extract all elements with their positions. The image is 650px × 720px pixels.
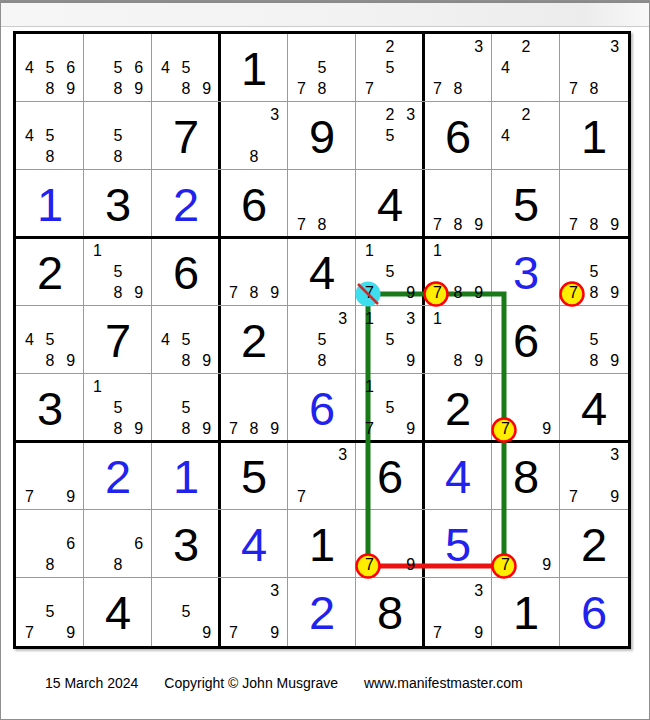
title-bar — [1, 1, 649, 27]
footer: 15 March 2024 Copyright © John Musgrave … — [1, 675, 649, 691]
footer-copyright: Copyright © John Musgrave — [164, 675, 338, 691]
sudoku-board: 4568956894589157825737824378458587389235… — [13, 31, 631, 649]
page: 4568956894589157825737824378458587389235… — [0, 0, 650, 720]
footer-date: 15 March 2024 — [45, 675, 138, 691]
elimination-strike — [358, 284, 378, 304]
footer-website: www.manifestmaster.com — [364, 675, 523, 691]
strike-overlay — [16, 34, 628, 646]
